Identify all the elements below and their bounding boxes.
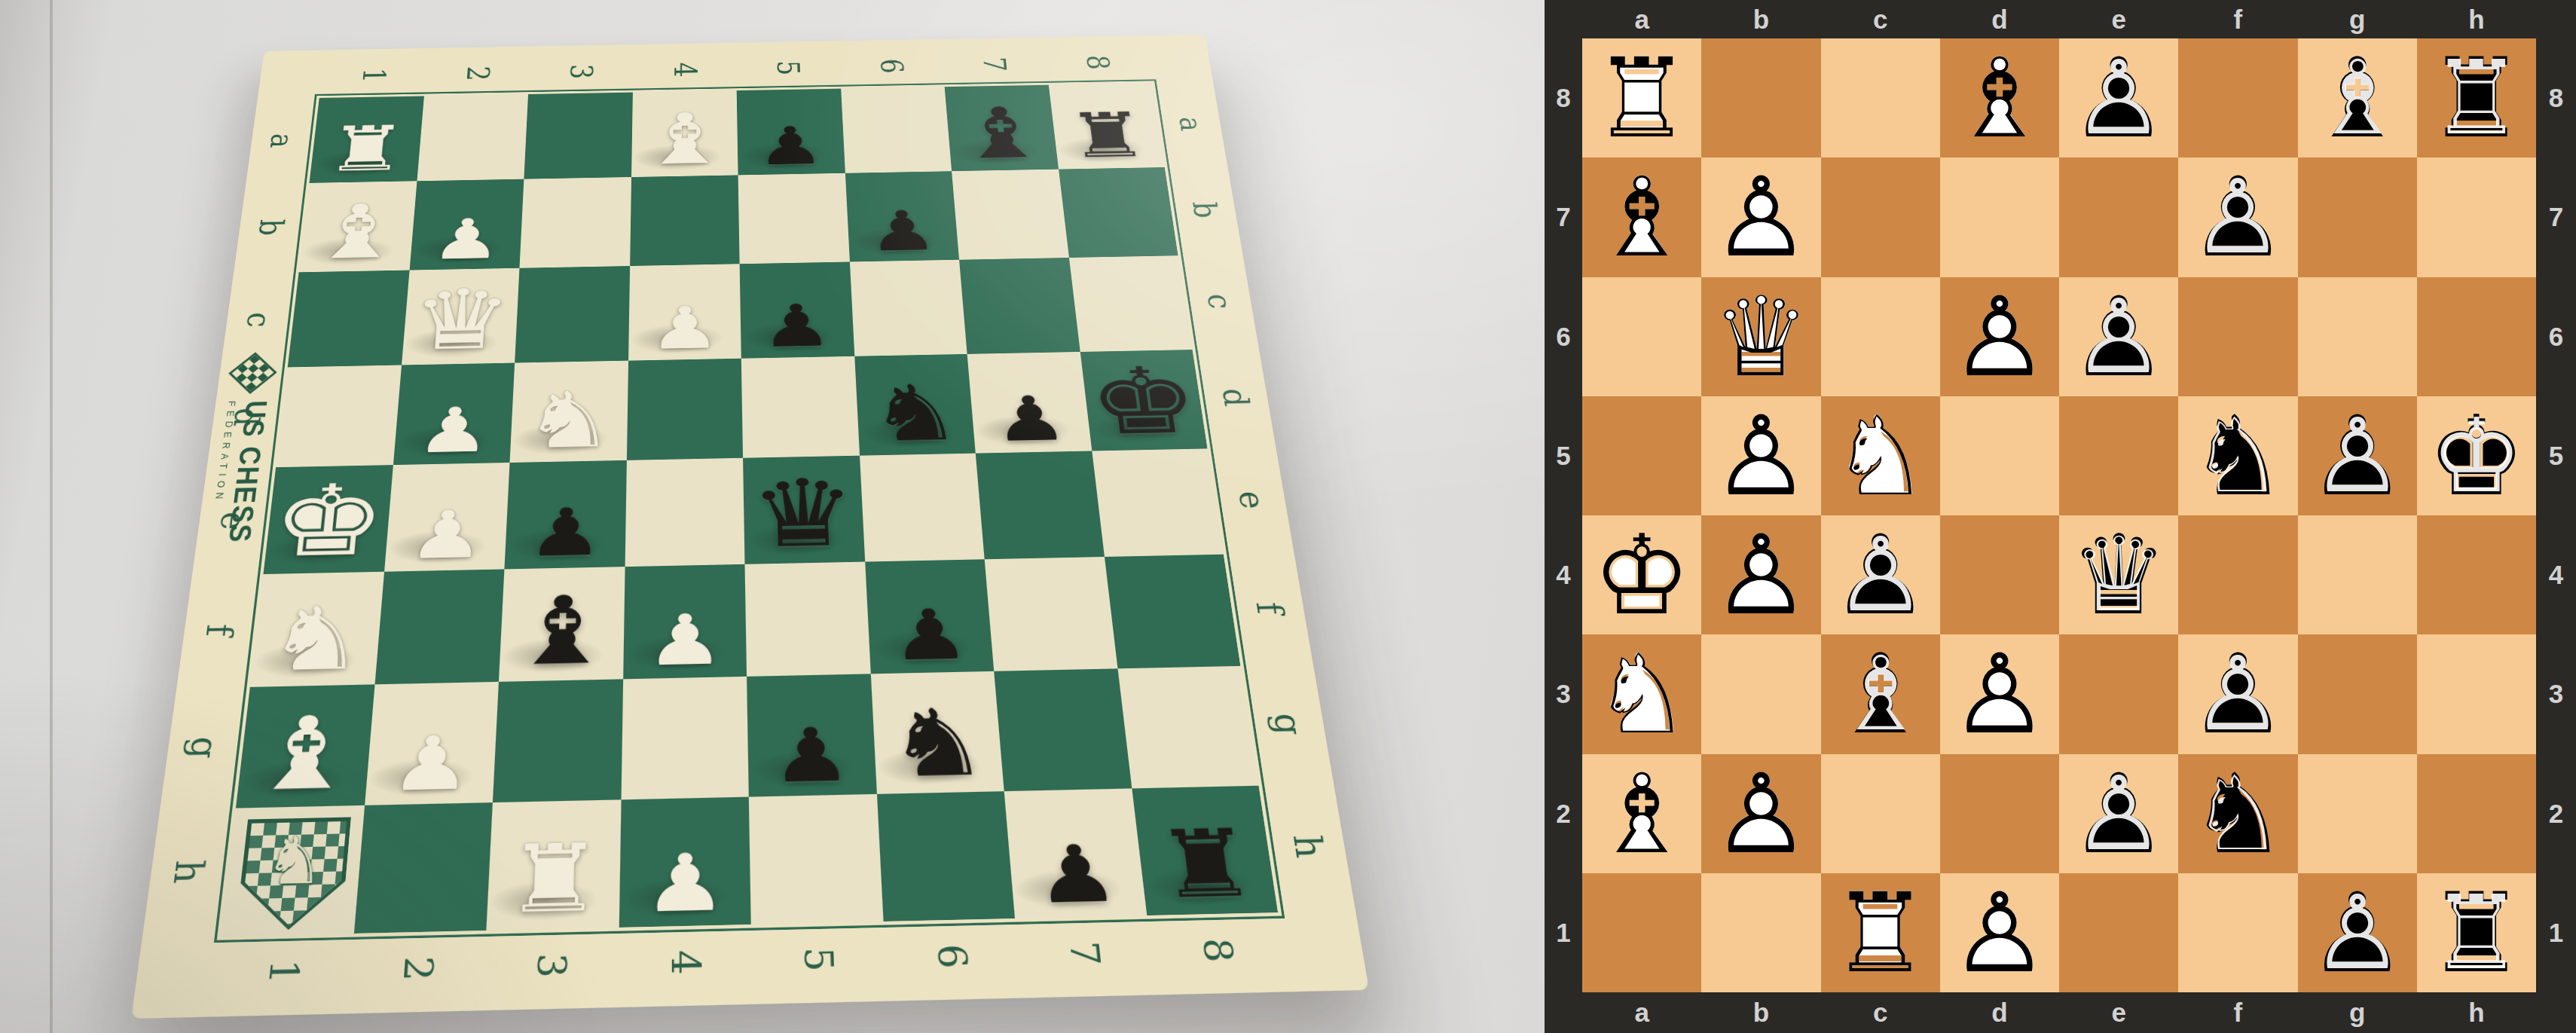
photo-square-d4 xyxy=(625,458,744,567)
rank-labels-right: 87654321 xyxy=(2536,38,2576,992)
rank-label-4-right: 4 xyxy=(2536,515,2576,634)
square-h3[interactable] xyxy=(2417,634,2536,753)
photo-square-h6 xyxy=(1068,255,1192,351)
photo-square-e3 xyxy=(744,561,870,677)
square-g4[interactable] xyxy=(2298,515,2417,634)
black-pawn-e8[interactable]: ♟♙ xyxy=(2059,38,2178,157)
file-label-e-bottom: e xyxy=(2059,992,2178,1033)
square-g1[interactable]: ♟♙ xyxy=(2298,873,2417,992)
photo-square-c7 xyxy=(519,177,631,268)
white-pawn-d3[interactable]: ♟♙ xyxy=(1940,634,2059,753)
square-e3[interactable] xyxy=(2059,634,2178,753)
photo-square-a5 xyxy=(276,365,401,467)
mat-left-letter-b: b xyxy=(237,183,304,274)
file-label-g-top: g xyxy=(2298,0,2417,38)
photo-square-e1 xyxy=(749,793,883,925)
photo-white-bishop-a7: ♝ xyxy=(299,181,417,272)
square-c3[interactable]: ♝♗ xyxy=(1821,634,1940,753)
square-a6[interactable] xyxy=(1582,277,1701,396)
photo-square-a6 xyxy=(288,270,409,367)
mat-bottom-number-2: 2 xyxy=(348,934,487,1003)
square-f1[interactable] xyxy=(2178,873,2297,992)
photo-square-g3 xyxy=(985,557,1117,671)
square-b3[interactable] xyxy=(1701,634,1820,753)
black-bishop-g8[interactable]: ♝♗ xyxy=(2298,38,2417,157)
square-g6[interactable] xyxy=(2298,277,2417,396)
photo-square-f8 xyxy=(841,87,952,173)
square-c4[interactable]: ♟♙ xyxy=(1821,515,1940,634)
black-knight-f2[interactable]: ♞♘ xyxy=(2178,754,2297,873)
white-pawn-d6[interactable]: ♟♙ xyxy=(1940,277,2059,396)
us-chess-diamond-icon xyxy=(228,353,277,391)
mat-top-number-3: 3 xyxy=(528,51,633,93)
square-f5[interactable]: ♞♘ xyxy=(2178,396,2297,515)
diagram-panel: abcdefgh abcdefgh 87654321 87654321 ♜♖♝♗… xyxy=(1545,0,2576,1033)
file-label-b-bottom: b xyxy=(1701,992,1820,1033)
square-f6[interactable] xyxy=(2178,277,2297,396)
mat-bottom-number-1: 1 xyxy=(212,937,353,1006)
square-b2[interactable]: ♟♙ xyxy=(1701,754,1820,873)
square-h5[interactable]: ♚♔ xyxy=(2417,396,2536,515)
square-h7[interactable] xyxy=(2417,157,2536,277)
rank-label-4-left: 4 xyxy=(1545,515,1582,634)
rank-label-1-right: 1 xyxy=(2536,873,2576,992)
photo-square-e5 xyxy=(741,356,860,457)
square-e1[interactable] xyxy=(2059,873,2178,992)
file-label-b-top: b xyxy=(1701,0,1820,38)
square-d7[interactable] xyxy=(1940,157,2059,277)
mat-top-number-5: 5 xyxy=(736,47,841,89)
photo-square-c1 xyxy=(486,799,621,931)
square-a5[interactable] xyxy=(1582,396,1701,515)
file-label-g-bottom: g xyxy=(2298,992,2417,1033)
black-rook-h8[interactable]: ♜♖ xyxy=(2417,38,2536,157)
rank-label-5-left: 5 xyxy=(1545,396,1582,515)
file-labels-bottom: abcdefgh xyxy=(1582,992,2536,1033)
photo-white-pawn-b7: ♟ xyxy=(409,179,524,270)
mat-coordinate-labels: 1122334455667788aabbccddeeffgghh xyxy=(264,35,1205,51)
square-b8[interactable] xyxy=(1701,38,1820,157)
file-label-d-top: d xyxy=(1940,0,2059,38)
square-a2[interactable]: ♝♗ xyxy=(1582,754,1701,873)
square-f2[interactable]: ♞♘ xyxy=(2178,754,2297,873)
photo-square-f6 xyxy=(849,260,967,356)
black-bishop-c3[interactable]: ♝♗ xyxy=(1821,634,1940,753)
black-pawn-e6[interactable]: ♟♙ xyxy=(2059,277,2178,396)
white-rook-c1[interactable]: ♜♖ xyxy=(1821,873,1940,992)
rank-label-5-right: 5 xyxy=(2536,396,2576,515)
file-label-a-bottom: a xyxy=(1582,992,1701,1033)
white-pawn-b4[interactable]: ♟♙ xyxy=(1701,515,1820,634)
photo-square-f4 xyxy=(860,454,985,561)
photo-square-b2 xyxy=(365,682,499,805)
black-rook-h1[interactable]: ♜♖ xyxy=(2417,873,2536,992)
photo-square-d1 xyxy=(619,796,751,928)
photo-square-c8 xyxy=(524,93,632,179)
square-g8[interactable]: ♝♗ xyxy=(2298,38,2417,157)
mat-bottom-number-6: 6 xyxy=(883,922,1020,991)
photo-square-b1 xyxy=(353,802,493,934)
photo-square-g6 xyxy=(959,258,1080,353)
square-h1[interactable]: ♜♖ xyxy=(2417,873,2536,992)
square-e8[interactable]: ♟♙ xyxy=(2059,38,2178,157)
white-queen-b6[interactable]: ♛♕ xyxy=(1701,277,1820,396)
square-g5[interactable]: ♟♙ xyxy=(2298,396,2417,515)
square-d4[interactable] xyxy=(1940,515,2059,634)
photo-white-queen-b6: ♛ xyxy=(402,268,520,365)
photo-black-pawn-e8: ♟ xyxy=(737,89,845,175)
black-king-h5[interactable]: ♚♔ xyxy=(2417,396,2536,515)
square-a8[interactable]: ♜♖ xyxy=(1582,38,1701,157)
square-a7[interactable]: ♝♗ xyxy=(1582,157,1701,277)
square-f8[interactable] xyxy=(2178,38,2297,157)
square-f3[interactable]: ♟♙ xyxy=(2178,634,2297,753)
square-e2[interactable]: ♟♙ xyxy=(2059,754,2178,873)
square-g3[interactable] xyxy=(2298,634,2417,753)
square-c7[interactable] xyxy=(1821,157,1940,277)
black-pawn-f7[interactable]: ♟♙ xyxy=(2178,157,2297,277)
white-pawn-b7[interactable]: ♟♙ xyxy=(1701,157,1820,277)
file-labels-top: abcdefgh xyxy=(1582,0,2536,38)
square-d3[interactable]: ♟♙ xyxy=(1940,634,2059,753)
black-pawn-e2[interactable]: ♟♙ xyxy=(2059,754,2178,873)
file-label-c-top: c xyxy=(1821,0,1940,38)
photo-square-f3 xyxy=(865,559,995,674)
file-label-f-top: f xyxy=(2178,0,2297,38)
file-label-h-bottom: h xyxy=(2417,992,2536,1033)
square-b7[interactable]: ♟♙ xyxy=(1701,157,1820,277)
mat-top-number-8: 8 xyxy=(1044,41,1152,82)
photo-black-pawn-f7: ♟ xyxy=(845,171,959,262)
photo-square-e7 xyxy=(738,173,850,264)
brand-title: US CHESS xyxy=(224,400,271,543)
mat-top-number-6: 6 xyxy=(839,45,944,86)
black-pawn-c4[interactable]: ♟♙ xyxy=(1821,515,1940,634)
photo-panel: 1122334455667788aabbccddeeffgghh US CHES… xyxy=(0,0,1545,1033)
mat-top-number-2: 2 xyxy=(424,53,530,94)
photo-square-b4 xyxy=(384,463,510,571)
square-b1[interactable] xyxy=(1701,873,1820,992)
photo-square-e2 xyxy=(747,674,876,796)
file-label-a-top: a xyxy=(1582,0,1701,38)
photo-square-c4 xyxy=(504,460,626,569)
photo-black-pawn-e6: ♟ xyxy=(740,261,854,358)
square-c6[interactable] xyxy=(1821,277,1940,396)
white-knight-c5[interactable]: ♞♘ xyxy=(1821,396,1940,515)
white-pawn-d1[interactable]: ♟♙ xyxy=(1940,873,2059,992)
rank-label-2-right: 2 xyxy=(2536,754,2576,873)
photo-square-d3 xyxy=(623,564,747,679)
black-pawn-g1[interactable]: ♟♙ xyxy=(2298,873,2417,992)
black-pawn-f3[interactable]: ♟♙ xyxy=(2178,634,2297,753)
photo-square-g1 xyxy=(1004,788,1147,918)
square-d1[interactable]: ♟♙ xyxy=(1940,873,2059,992)
photo-square-h1 xyxy=(1132,785,1278,915)
square-c5[interactable]: ♞♘ xyxy=(1821,396,1940,515)
file-label-e-top: e xyxy=(2059,0,2178,38)
square-a4[interactable]: ♚♔ xyxy=(1582,515,1701,634)
photo-white-pawn-d6: ♟ xyxy=(628,264,741,360)
square-e5[interactable] xyxy=(2059,396,2178,515)
rank-label-8-right: 8 xyxy=(2536,38,2576,157)
white-knight-a3[interactable]: ♞♘ xyxy=(1582,634,1701,753)
rank-label-7-left: 7 xyxy=(1545,157,1582,277)
photo-square-c3 xyxy=(499,567,625,682)
white-pawn-b5[interactable]: ♟♙ xyxy=(1701,396,1820,515)
square-d2[interactable] xyxy=(1940,754,2059,873)
white-bishop-d8[interactable]: ♝♗ xyxy=(1940,38,2059,157)
square-d6[interactable]: ♟♙ xyxy=(1940,277,2059,396)
square-h4[interactable] xyxy=(2417,515,2536,634)
square-a3[interactable]: ♞♘ xyxy=(1582,634,1701,753)
photo-square-f2 xyxy=(870,671,1004,793)
white-rook-a8[interactable]: ♜♖ xyxy=(1582,38,1701,157)
square-g7[interactable] xyxy=(2298,157,2417,277)
mat-bottom-number-5: 5 xyxy=(751,925,887,994)
photo-square-h7 xyxy=(1059,167,1178,258)
file-label-h-top: h xyxy=(2417,0,2536,38)
screenshot-root: 1122334455667788aabbccddeeffgghh US CHES… xyxy=(0,0,2576,1033)
photo-square-c2 xyxy=(493,679,623,802)
photo-scene: 1122334455667788aabbccddeeffgghh US CHES… xyxy=(0,0,1545,1033)
photo-square-b3 xyxy=(374,569,504,684)
photo-square-g4 xyxy=(976,451,1105,559)
rank-label-1-left: 1 xyxy=(1545,873,1582,992)
white-bishop-a2[interactable]: ♝♗ xyxy=(1582,754,1701,873)
file-label-d-bottom: d xyxy=(1940,992,2059,1033)
square-e7[interactable] xyxy=(2059,157,2178,277)
square-d5[interactable] xyxy=(1940,396,2059,515)
mat-left-letter-a: a xyxy=(249,98,313,184)
photo-square-d7 xyxy=(630,175,740,266)
square-c2[interactable] xyxy=(1821,754,1940,873)
photo-black-rook-h8: ♜ xyxy=(1048,83,1164,169)
photo-square-a2 xyxy=(236,684,374,808)
rank-label-3-left: 3 xyxy=(1545,634,1582,753)
square-c8[interactable] xyxy=(1821,38,1940,157)
mat-top-number-7: 7 xyxy=(941,44,1048,84)
square-e6[interactable]: ♟♙ xyxy=(2059,277,2178,396)
square-f7[interactable]: ♟♙ xyxy=(2178,157,2297,277)
rank-label-6-right: 6 xyxy=(2536,277,2576,396)
square-b6[interactable]: ♛♕ xyxy=(1701,277,1820,396)
square-f4[interactable] xyxy=(2178,515,2297,634)
rank-label-3-right: 3 xyxy=(2536,634,2576,753)
square-g2[interactable] xyxy=(2298,754,2417,873)
photo-square-d5 xyxy=(626,358,743,460)
square-d8[interactable]: ♝♗ xyxy=(1940,38,2059,157)
square-c1[interactable]: ♜♖ xyxy=(1821,873,1940,992)
square-h6[interactable] xyxy=(2417,277,2536,396)
rank-label-8-left: 8 xyxy=(1545,38,1582,157)
rank-label-7-right: 7 xyxy=(2536,157,2576,277)
mat-top-number-4: 4 xyxy=(632,49,736,90)
photo-square-d2 xyxy=(621,677,749,799)
photo-white-bishop-d8: ♝ xyxy=(631,90,738,177)
diagram-board[interactable]: ♜♖♝♗♟♙♝♗♜♖♝♗♟♙♟♙♛♕♟♙♟♙♟♙♞♘♞♘♟♙♚♔♚♔♟♙♟♙♛♕… xyxy=(1582,38,2536,992)
square-h8[interactable]: ♜♖ xyxy=(2417,38,2536,157)
rank-label-6-left: 6 xyxy=(1545,277,1582,396)
photo-square-g7 xyxy=(952,169,1068,260)
rank-label-2-left: 2 xyxy=(1545,754,1582,873)
photo-square-c6 xyxy=(515,266,629,362)
square-b4[interactable]: ♟♙ xyxy=(1701,515,1820,634)
file-label-c-bottom: c xyxy=(1821,992,1940,1033)
black-pawn-g5[interactable]: ♟♙ xyxy=(2298,396,2417,515)
square-e4[interactable]: ♛♕ xyxy=(2059,515,2178,634)
mat-bottom-number-8: 8 xyxy=(1147,916,1288,984)
mat-bottom-number-4: 4 xyxy=(618,928,753,997)
white-pawn-b2[interactable]: ♟♙ xyxy=(1701,754,1820,873)
mat-top-number-1: 1 xyxy=(319,54,427,96)
square-b5[interactable]: ♟♙ xyxy=(1701,396,1820,515)
photo-square-b8 xyxy=(417,94,528,181)
black-queen-e4[interactable]: ♛♕ xyxy=(2059,515,2178,634)
photo-square-h2 xyxy=(1117,666,1259,788)
photo-white-rook-a8: ♜ xyxy=(310,96,424,183)
mat-bottom-number-7: 7 xyxy=(1015,919,1154,988)
rank-labels-left: 87654321 xyxy=(1545,38,1582,992)
photo-square-h4 xyxy=(1092,448,1224,556)
vinyl-chess-mat: 1122334455667788aabbccddeeffgghh US CHES… xyxy=(131,35,1369,1019)
black-knight-f5[interactable]: ♞♘ xyxy=(2178,396,2297,515)
brand-subtitle: FEDERATION xyxy=(208,401,237,544)
photo-square-h3 xyxy=(1104,554,1240,668)
mat-bottom-number-3: 3 xyxy=(483,931,619,1000)
photo-square-f1 xyxy=(876,791,1015,921)
square-h2[interactable] xyxy=(2417,754,2536,873)
photo-square-g2 xyxy=(994,668,1131,790)
white-bishop-a7[interactable]: ♝♗ xyxy=(1582,157,1701,277)
square-a1[interactable] xyxy=(1582,873,1701,992)
file-label-f-bottom: f xyxy=(2178,992,2297,1033)
white-king-a4[interactable]: ♚♔ xyxy=(1582,515,1701,634)
photo-black-bishop-g8: ♝ xyxy=(945,85,1059,171)
photo-square-a3 xyxy=(250,571,384,687)
